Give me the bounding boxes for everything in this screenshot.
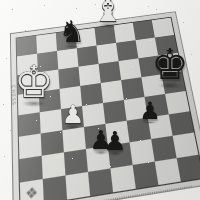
piece-black-pawn-e2: ♟: [102, 128, 128, 154]
piece-shadow: [108, 151, 122, 155]
piece-shadow: [158, 82, 181, 89]
piece-shadow: [94, 150, 108, 154]
piece-black-king-h5: ♚: [149, 44, 191, 86]
piece-white-pawn-c3: ♟: [61, 102, 86, 127]
piece-black-pawn-g3: ♟: [138, 99, 162, 123]
piece-shadow: [143, 121, 156, 125]
piece-white-bishop-e8: ♝: [91, 0, 125, 26]
piece-shadow: [99, 23, 118, 28]
piece-shadow: [22, 100, 46, 107]
pieces-layer: ♝♞♚♚♟♟♟♟: [0, 0, 200, 200]
piece-shadow: [64, 44, 81, 49]
piece-black-pawn-d2: ♟: [88, 127, 114, 153]
piece-black-knight-c7: ♞: [57, 17, 87, 47]
piece-white-king-a5: ♚: [12, 60, 56, 104]
piece-shadow: [66, 125, 80, 129]
